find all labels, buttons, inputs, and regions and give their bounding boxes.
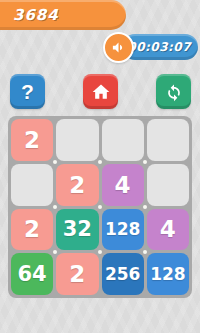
grid-intersection-dot (143, 160, 147, 164)
tile-128: 128 (147, 253, 189, 295)
tile-2: 2 (56, 253, 98, 295)
tile-2: 2 (11, 209, 53, 251)
tile-256: 256 (102, 253, 144, 295)
grid-intersection-dot (143, 205, 147, 209)
sound-toggle-button[interactable] (103, 32, 134, 63)
tile-32: 32 (56, 209, 98, 251)
empty-cell (102, 119, 144, 161)
empty-cell (11, 164, 53, 206)
tile-4: 4 (102, 164, 144, 206)
grid-intersection-dot (98, 160, 102, 164)
tile-2: 2 (11, 119, 53, 161)
help-button[interactable]: ? (10, 74, 45, 109)
restart-button[interactable] (156, 74, 191, 109)
restart-icon (164, 82, 184, 102)
home-icon (91, 82, 111, 102)
grid-intersection-dot (98, 205, 102, 209)
empty-cell (56, 119, 98, 161)
timer-value: 00:03:07 (127, 40, 191, 54)
score-value: 3684 (13, 6, 59, 24)
speaker-icon (111, 40, 126, 55)
tile-128: 128 (102, 209, 144, 251)
grid-intersection-dot (53, 160, 57, 164)
empty-cell (147, 164, 189, 206)
grid-intersection-dot (98, 250, 102, 254)
tile-4: 4 (147, 209, 189, 251)
game-board[interactable]: 2242321284642256128 (8, 116, 192, 298)
tile-2: 2 (56, 164, 98, 206)
game-screen: 3684 00:03:07 ? 224232128 (0, 0, 200, 333)
grid-intersection-dot (143, 250, 147, 254)
home-button[interactable] (83, 74, 118, 109)
score-pill: 3684 (0, 0, 126, 30)
grid-intersection-dot (53, 205, 57, 209)
empty-cell (147, 119, 189, 161)
question-mark-icon: ? (21, 81, 34, 102)
tile-64: 64 (11, 253, 53, 295)
grid-intersection-dot (53, 250, 57, 254)
